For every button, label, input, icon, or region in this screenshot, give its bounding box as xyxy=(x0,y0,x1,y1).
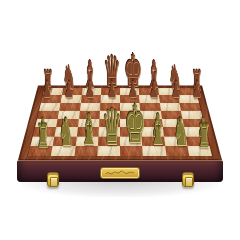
board-shadow xyxy=(22,179,218,197)
chess-piece-black-p-a7[interactable]: ♟ xyxy=(42,77,51,100)
chess-piece-black-p-h7[interactable]: ♟ xyxy=(193,77,202,100)
chess-piece-black-p-c7[interactable]: ♟ xyxy=(85,77,94,100)
chess-piece-white-n-g1[interactable]: ♞ xyxy=(173,113,188,151)
chess-piece-white-b-f1[interactable]: ♝ xyxy=(149,109,166,151)
chess-piece-white-k-e1[interactable]: ♚ xyxy=(124,98,145,151)
brand-plaque xyxy=(100,167,140,179)
chess-piece-black-p-f7[interactable]: ♟ xyxy=(150,77,159,100)
plaque-engraving-icon xyxy=(105,169,135,177)
chess-piece-white-r-h1[interactable]: ♜ xyxy=(198,119,211,151)
chess-piece-white-b-c1[interactable]: ♝ xyxy=(80,109,97,151)
chess-set-photo: ♜♞♝♛♚♝♞♜♟♟♟♟♟♟♟♟♟♟♟♟♟♟♟♟♜♞♝♛♚♝♞♜ xyxy=(0,0,240,240)
chess-piece-black-p-b7[interactable]: ♟ xyxy=(64,77,73,100)
chess-piece-white-r-a1[interactable]: ♜ xyxy=(36,119,49,151)
chess-piece-white-q-d1[interactable]: ♛ xyxy=(102,101,122,151)
chess-piece-white-n-b1[interactable]: ♞ xyxy=(58,113,73,151)
chess-piece-black-p-g7[interactable]: ♟ xyxy=(171,77,180,100)
